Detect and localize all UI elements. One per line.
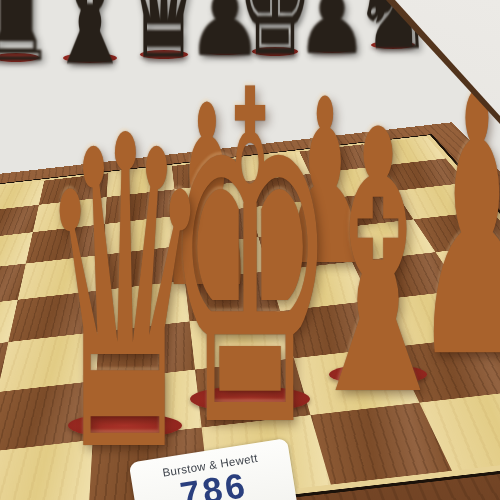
- white-queen: ♛: [38, 81, 211, 500]
- chess-set-photo: ♜♝♛♟♚♟♞♟♟♟♝♚♛ Burstow & Hewett 786: [0, 0, 500, 500]
- pieces-layer: ♜♝♛♟♚♟♞♟♟♟♝♚♛: [0, 0, 500, 500]
